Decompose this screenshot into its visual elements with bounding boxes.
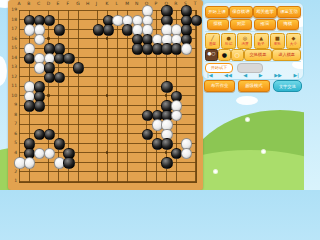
super-mode-button[interactable]: 超级模式 bbox=[238, 80, 269, 92]
coord-letter: L bbox=[115, 2, 118, 6]
tool-label: 数子 bbox=[257, 42, 264, 46]
coord-number: 12 bbox=[9, 75, 17, 79]
black-stone-F3 bbox=[63, 157, 74, 168]
black-stone-D6 bbox=[44, 129, 55, 140]
flower bbox=[246, 118, 249, 121]
coord-letter: M bbox=[125, 2, 129, 6]
clear-tool-button[interactable]: ◎清屏 bbox=[237, 33, 252, 49]
hoshi-point bbox=[165, 151, 167, 153]
swap-colors-button[interactable]: ●○ bbox=[205, 49, 218, 61]
cloud bbox=[236, 96, 258, 105]
black-stone-Q5 bbox=[161, 138, 172, 149]
panel-divider bbox=[205, 31, 301, 32]
black-stone-C9 bbox=[34, 100, 45, 111]
white-stone-B3 bbox=[24, 157, 35, 168]
panel-row-2: 摆棋 对弈 推演 悔棋 bbox=[207, 19, 299, 30]
black-stone-E17 bbox=[54, 24, 65, 35]
coord-letter: C bbox=[37, 2, 40, 6]
coord-number: 13 bbox=[9, 65, 17, 69]
panel-bottom-row: 布置作业 超级模式 文字交流 bbox=[204, 80, 302, 92]
coord-letter: R bbox=[174, 2, 177, 6]
text-chat-button[interactable]: 文字交流 bbox=[273, 80, 302, 92]
media-first-icon[interactable]: |◀ bbox=[207, 72, 213, 78]
coord-number: 15 bbox=[9, 46, 17, 50]
go-board[interactable]: ABCDEFGHJKLMNOPQRST191817161514131211109… bbox=[8, 0, 203, 190]
coord-number: 19 bbox=[9, 8, 17, 12]
resize-tool-button[interactable]: ◆大小 bbox=[286, 33, 301, 49]
coord-letter: B bbox=[27, 2, 30, 6]
coord-number: 10 bbox=[9, 94, 17, 98]
white-stone-S15 bbox=[181, 43, 192, 54]
black-stone-E5 bbox=[54, 138, 65, 149]
flower bbox=[214, 170, 217, 173]
coord-letter: F bbox=[66, 2, 69, 6]
white-stone-D4 bbox=[44, 148, 55, 159]
coord-letter: D bbox=[47, 2, 50, 6]
media-controls: |◀ ◀◀ ◀ ▶ ▶▶ ▶| bbox=[207, 72, 299, 78]
tool-label: 画笔 bbox=[209, 42, 216, 46]
media-forward-icon[interactable]: ▶▶ bbox=[274, 72, 282, 78]
enter-board-button[interactable]: 进入棋盘 bbox=[272, 49, 301, 61]
coord-number: 17 bbox=[9, 27, 17, 31]
undo-button[interactable]: 悔棋 bbox=[277, 19, 299, 30]
black-stone-button[interactable]: ● bbox=[218, 49, 231, 61]
coord-letter: H bbox=[86, 2, 89, 6]
coord-letter: T bbox=[194, 2, 197, 6]
coord-letter: A bbox=[17, 2, 20, 6]
hoshi-point bbox=[47, 94, 49, 96]
count-tool-button[interactable]: ▲数子 bbox=[254, 33, 269, 49]
black-stone-T18 bbox=[191, 15, 202, 26]
coord-letter: K bbox=[106, 2, 109, 6]
tool-label: 标记 bbox=[225, 42, 232, 46]
black-stone-O6 bbox=[142, 129, 153, 140]
coord-number: 8 bbox=[9, 113, 17, 117]
coord-number: 6 bbox=[9, 132, 17, 136]
black-stone-G13 bbox=[73, 62, 84, 73]
flower bbox=[262, 150, 265, 153]
place-stones-button[interactable]: 摆棋 bbox=[207, 19, 229, 30]
coord-number: 4 bbox=[9, 151, 17, 155]
hoshi-point bbox=[47, 37, 49, 39]
panel-divider bbox=[205, 61, 301, 62]
cloud bbox=[0, 56, 7, 86]
tool-label: 大小 bbox=[290, 42, 297, 46]
start-class-button[interactable]: 开始上课 bbox=[205, 6, 229, 18]
black-stone-Q3 bbox=[161, 157, 172, 168]
tool-label: 清屏 bbox=[241, 42, 248, 46]
media-play-icon[interactable]: ▶ bbox=[259, 72, 263, 78]
coord-number: 11 bbox=[9, 84, 17, 88]
panel-stone-row: ●○ ● ○ 交换棋盘 进入棋盘 bbox=[205, 49, 301, 61]
media-rewind-icon[interactable]: ◀◀ bbox=[224, 72, 232, 78]
panel-tool-row: ╱画笔 ●标记 ◎清屏 ▲数子 ■变换 ◆大小 bbox=[205, 33, 301, 49]
coord-number: 1 bbox=[9, 179, 17, 183]
black-stone-Q11 bbox=[161, 81, 172, 92]
play-button[interactable]: 对弈 bbox=[230, 19, 252, 30]
swap-board-button[interactable]: 交换棋盘 bbox=[244, 49, 273, 61]
coord-letter: P bbox=[155, 2, 158, 6]
black-stone-E12 bbox=[54, 72, 65, 83]
coord-number: 7 bbox=[9, 122, 17, 126]
coord-letter: E bbox=[57, 2, 60, 6]
tool-label: 变换 bbox=[274, 42, 281, 46]
black-stone-D18 bbox=[44, 15, 55, 26]
save-record-button[interactable]: 保存棋谱 bbox=[229, 6, 253, 18]
white-stone-button[interactable]: ○ bbox=[231, 49, 244, 61]
hoshi-point bbox=[165, 94, 167, 96]
coord-number: 14 bbox=[9, 56, 17, 60]
class-interact-button[interactable]: 课堂互动 bbox=[277, 6, 301, 18]
media-back-icon[interactable]: ◀ bbox=[243, 72, 247, 78]
coord-letter: N bbox=[135, 2, 138, 6]
media-last-icon[interactable]: ▶| bbox=[293, 72, 299, 78]
control-panel: 开始上课 保存棋谱 相关教学 课堂互动 摆棋 对弈 推演 悔棋 ╱画笔 ●标记 … bbox=[202, 2, 304, 80]
black-stone-K17 bbox=[103, 24, 114, 35]
coord-number: 9 bbox=[9, 103, 17, 107]
coord-letter: G bbox=[76, 2, 80, 6]
coord-number: 18 bbox=[9, 18, 17, 22]
coord-number: 16 bbox=[9, 37, 17, 41]
mark-tool-button[interactable]: ●标记 bbox=[221, 33, 236, 49]
pen-tool-button[interactable]: ╱画笔 bbox=[205, 33, 220, 49]
coord-number: 2 bbox=[9, 170, 17, 174]
black-stone-F14 bbox=[63, 53, 74, 64]
coord-letter: J bbox=[96, 2, 97, 6]
panel-row-1: 开始上课 保存棋谱 相关教学 课堂互动 bbox=[205, 6, 301, 18]
analyze-button[interactable]: 推演 bbox=[254, 19, 276, 30]
swap-tool-button[interactable]: ■变换 bbox=[270, 33, 285, 49]
coord-number: 5 bbox=[9, 141, 17, 145]
related-teaching-button[interactable]: 相关教学 bbox=[253, 6, 277, 18]
assign-homework-button[interactable]: 布置作业 bbox=[204, 80, 235, 92]
